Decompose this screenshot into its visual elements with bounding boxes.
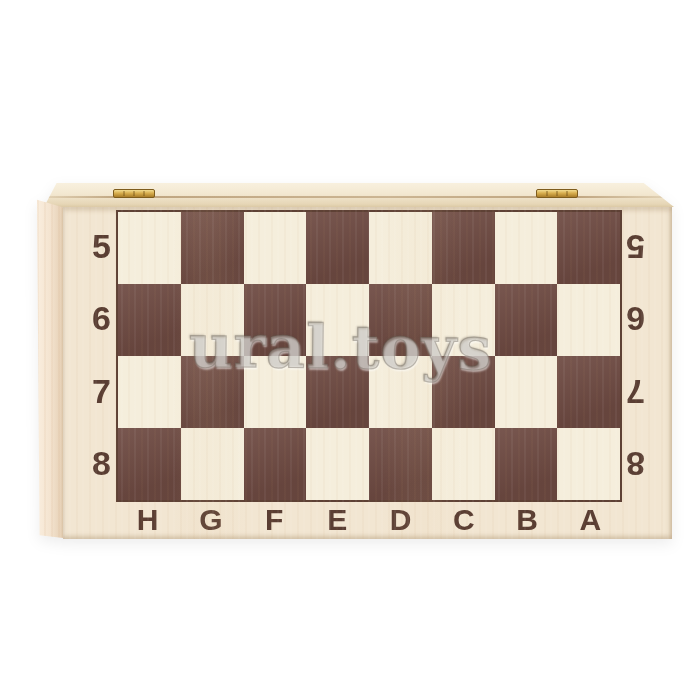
brass-hinge-right — [536, 189, 578, 198]
square-a7 — [557, 356, 620, 428]
square-h8 — [118, 428, 181, 500]
square-c8 — [432, 428, 495, 500]
square-f5 — [244, 212, 307, 284]
square-b8 — [495, 428, 558, 500]
square-a6 — [557, 284, 620, 356]
chess-box: 5678 5678 HGFEDCBA ural.toys — [0, 0, 700, 700]
brass-hinge-left — [113, 189, 155, 198]
file-labels-bottom: HGFEDCBA — [116, 503, 622, 536]
watermark: ural.toys — [189, 316, 493, 379]
file-label-g: G — [179, 503, 242, 537]
square-e5 — [306, 212, 369, 284]
square-b5 — [495, 212, 558, 284]
rank-label-8-right-inverted: 8 — [620, 428, 672, 501]
file-label-b: B — [496, 503, 559, 537]
file-label-d: D — [369, 503, 432, 537]
rank-label-6-right-inverted: 6 — [620, 283, 672, 356]
rank-label-5-left: 5 — [63, 210, 114, 283]
square-g8 — [181, 428, 244, 500]
square-f8 — [244, 428, 307, 500]
file-label-e: E — [306, 503, 369, 537]
file-label-c: C — [432, 503, 495, 537]
box-front-face: 5678 5678 HGFEDCBA ural.toys — [63, 207, 672, 539]
box-left-side — [37, 197, 63, 538]
square-h5 — [118, 212, 181, 284]
square-c5 — [432, 212, 495, 284]
file-label-h: H — [116, 503, 179, 537]
rank-label-8-left: 8 — [63, 428, 114, 501]
square-a8 — [557, 428, 620, 500]
product-photo: 5678 5678 HGFEDCBA ural.toys — [0, 0, 700, 700]
square-a5 — [557, 212, 620, 284]
square-h7 — [118, 356, 181, 428]
rank-label-6-left: 6 — [63, 283, 114, 356]
square-d8 — [369, 428, 432, 500]
file-label-f: F — [243, 503, 306, 537]
rank-label-7-left: 7 — [63, 355, 114, 428]
square-b7 — [495, 356, 558, 428]
square-b6 — [495, 284, 558, 356]
rank-label-7-right-inverted: 7 — [620, 355, 672, 428]
square-e8 — [306, 428, 369, 500]
rank-labels-right: 5678 — [620, 210, 672, 500]
rank-labels-left: 5678 — [63, 210, 114, 500]
square-g5 — [181, 212, 244, 284]
square-h6 — [118, 284, 181, 356]
square-d5 — [369, 212, 432, 284]
rank-label-5-right-inverted: 5 — [620, 210, 672, 283]
file-label-a: A — [559, 503, 622, 537]
box-lid-top — [44, 183, 674, 207]
